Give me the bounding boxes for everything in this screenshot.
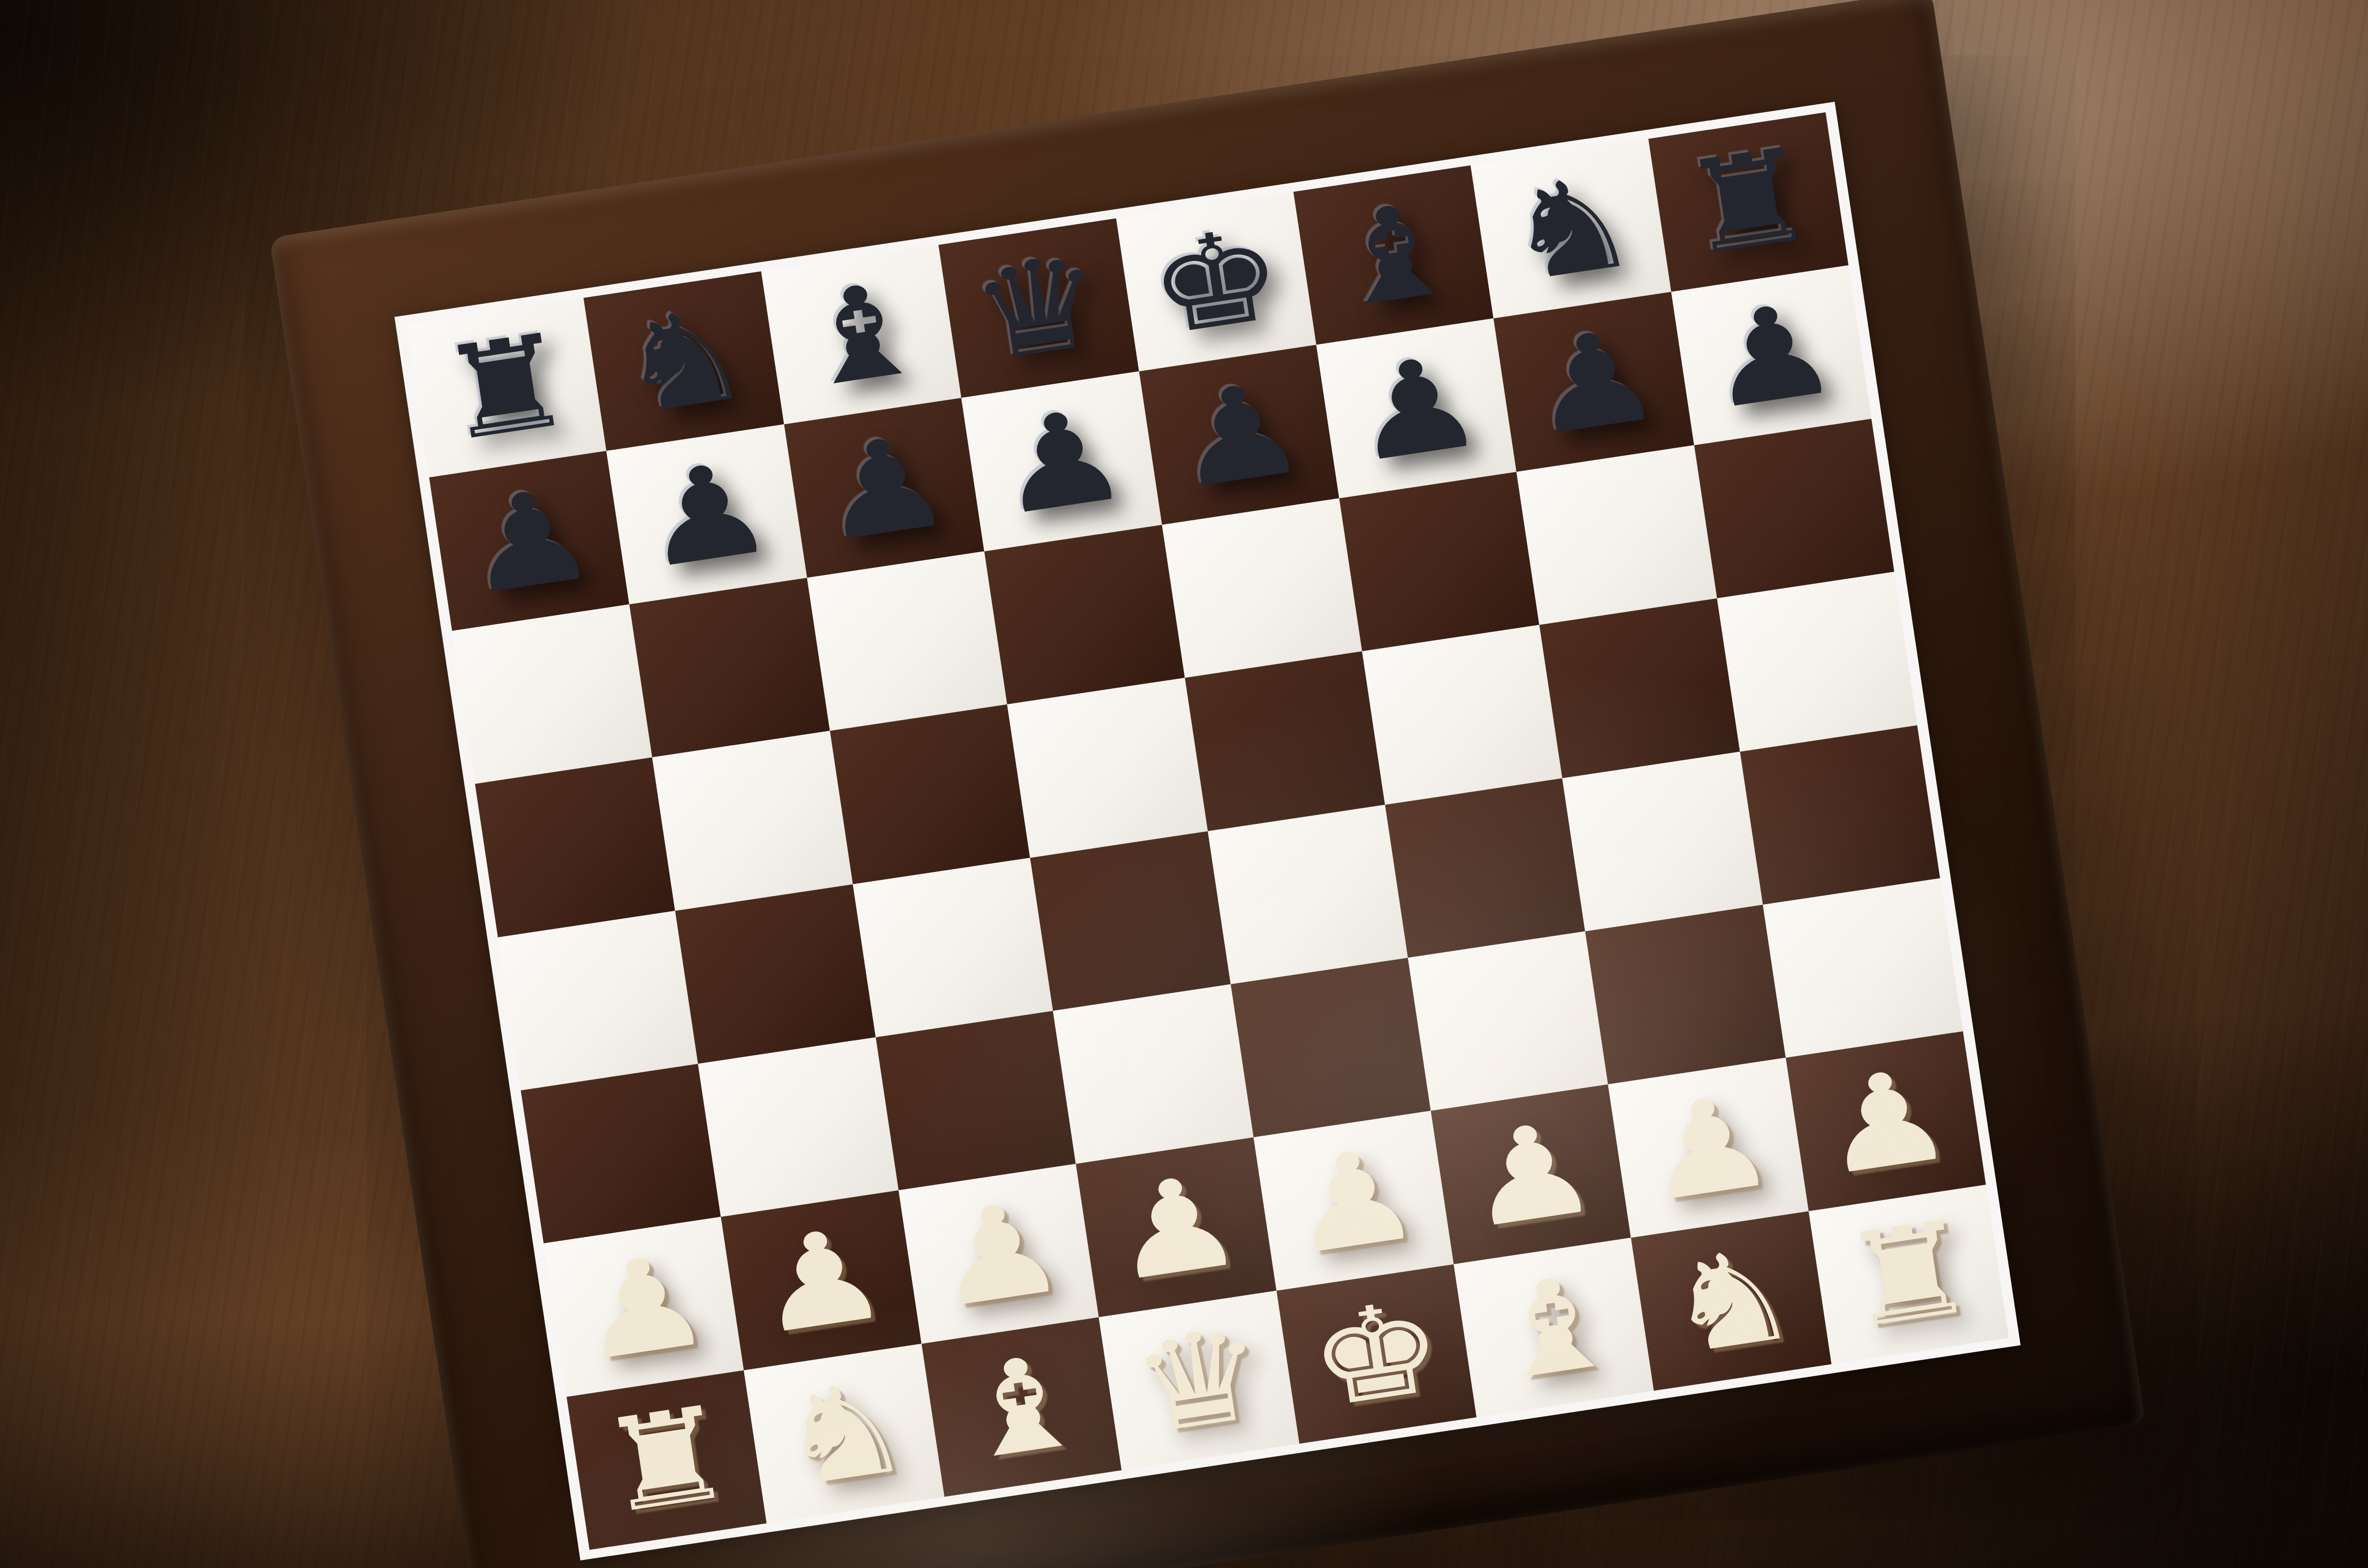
square-h5	[1717, 572, 1917, 751]
square-h7: ♟	[1671, 265, 1872, 445]
square-a8: ♜	[406, 298, 606, 478]
square-f6	[1339, 472, 1540, 651]
square-g2: ♟	[1608, 1058, 1809, 1237]
piece-white-bishop: ♝	[947, 1334, 1097, 1481]
square-h2: ♟	[1786, 1031, 1986, 1211]
piece-black-pawn: ♟	[809, 415, 960, 561]
square-e1: ♚	[1276, 1264, 1477, 1444]
piece-white-knight: ♞	[769, 1360, 919, 1507]
square-f7: ♟	[1317, 318, 1517, 498]
piece-black-pawn: ♟	[454, 467, 604, 614]
piece-white-king: ♚	[1301, 1281, 1452, 1427]
square-e7: ♟	[1139, 345, 1339, 525]
square-b8: ♞	[584, 271, 784, 451]
square-d5	[1007, 678, 1208, 857]
piece-white-knight: ♞	[1656, 1228, 1807, 1374]
piece-black-king: ♚	[1141, 208, 1291, 355]
square-c2: ♟	[899, 1164, 1099, 1344]
square-d3	[1053, 984, 1254, 1164]
square-b6	[629, 577, 830, 757]
piece-black-pawn: ♟	[987, 388, 1137, 535]
square-d8: ♛	[938, 218, 1139, 398]
square-g1: ♞	[1631, 1211, 1832, 1391]
square-g3	[1586, 905, 1786, 1084]
piece-white-pawn: ♟	[1633, 1075, 1784, 1221]
square-h3	[1763, 878, 1963, 1058]
chess-board: ♜♞♝♛♚♝♞♜♟♟♟♟♟♟♟♟♟♟♟♟♟♟♟♟♜♞♝♛♚♝♞♜	[406, 112, 2009, 1550]
piece-black-rook: ♜	[1673, 129, 1824, 275]
piece-white-pawn: ♟	[568, 1234, 719, 1380]
square-g8: ♞	[1471, 139, 1671, 318]
square-e2: ♟	[1254, 1111, 1454, 1291]
square-e3	[1231, 958, 1431, 1138]
square-b7: ♟	[606, 424, 807, 604]
chess-box-frame: ♜♞♝♛♚♝♞♜♟♟♟♟♟♟♟♟♟♟♟♟♟♟♟♟♜♞♝♛♚♝♞♜	[270, 0, 2146, 1568]
square-f4	[1385, 778, 1586, 958]
square-h6	[1694, 418, 1895, 598]
piece-black-knight: ♞	[609, 288, 759, 434]
square-h1: ♜	[1809, 1185, 2009, 1364]
square-h8: ♜	[1648, 112, 1849, 292]
square-a3	[521, 1064, 721, 1243]
square-a1: ♜	[567, 1370, 767, 1550]
square-e6	[1162, 498, 1362, 678]
piece-black-pawn: ♟	[1696, 282, 1847, 429]
piece-white-pawn: ♟	[1456, 1101, 1606, 1248]
piece-black-bishop: ♝	[1319, 182, 1469, 329]
square-c1: ♝	[922, 1317, 1122, 1497]
square-b5	[653, 731, 853, 910]
square-f8: ♝	[1294, 165, 1494, 345]
square-g4	[1563, 751, 1763, 931]
square-c5	[830, 704, 1030, 884]
square-d1: ♛	[1099, 1291, 1299, 1470]
piece-white-pawn: ♟	[1101, 1154, 1251, 1301]
square-b2: ♟	[721, 1190, 922, 1370]
square-d6	[985, 525, 1185, 704]
square-a2: ♟	[543, 1217, 744, 1396]
piece-black-pawn: ♟	[631, 441, 782, 588]
piece-black-pawn: ♟	[1164, 362, 1314, 508]
piece-white-rook: ♜	[592, 1387, 742, 1533]
wooden-table-background: ♜♞♝♛♚♝♞♜♟♟♟♟♟♟♟♟♟♟♟♟♟♟♟♟♜♞♝♛♚♝♞♜	[0, 0, 2368, 1568]
square-f1: ♝	[1454, 1237, 1654, 1417]
piece-black-queen: ♛	[963, 235, 1114, 381]
square-e4	[1208, 805, 1408, 984]
piece-white-rook: ♜	[1834, 1201, 1984, 1348]
square-c6	[807, 551, 1007, 731]
square-d4	[1030, 831, 1231, 1011]
square-f3	[1408, 931, 1608, 1111]
piece-white-pawn: ♟	[924, 1181, 1074, 1327]
square-g5	[1540, 598, 1740, 778]
piece-white-queen: ♛	[1124, 1307, 1274, 1454]
piece-white-pawn: ♟	[1811, 1048, 1961, 1195]
square-d7: ♟	[962, 371, 1162, 551]
square-b1: ♞	[744, 1344, 944, 1523]
board-border-line: ♜♞♝♛♚♝♞♜♟♟♟♟♟♟♟♟♟♟♟♟♟♟♟♟♜♞♝♛♚♝♞♜	[395, 102, 2021, 1560]
piece-white-pawn: ♟	[1278, 1127, 1429, 1274]
square-c8: ♝	[761, 245, 962, 424]
square-a4	[498, 910, 698, 1090]
square-h4	[1740, 725, 1940, 905]
square-e8: ♚	[1116, 192, 1317, 371]
square-g7: ♟	[1494, 292, 1694, 472]
piece-black-pawn: ♟	[1341, 335, 1492, 481]
piece-black-knight: ♞	[1496, 155, 1646, 302]
square-c7: ♟	[784, 398, 985, 577]
square-f5	[1362, 625, 1563, 805]
square-e5	[1185, 651, 1385, 831]
square-a7: ♟	[429, 451, 629, 631]
piece-black-rook: ♜	[431, 314, 581, 461]
square-c4	[853, 857, 1053, 1037]
square-f2: ♟	[1431, 1084, 1631, 1264]
square-b3	[698, 1037, 899, 1217]
piece-white-bishop: ♝	[1479, 1254, 1629, 1401]
square-a5	[475, 758, 675, 937]
square-a6	[452, 604, 653, 784]
piece-black-pawn: ♟	[1519, 308, 1669, 455]
square-d2: ♟	[1076, 1138, 1276, 1317]
square-c3	[876, 1011, 1076, 1190]
square-g6	[1517, 445, 1717, 625]
piece-black-bishop: ♝	[786, 261, 937, 408]
square-b4	[675, 884, 876, 1064]
piece-white-pawn: ♟	[746, 1207, 897, 1354]
